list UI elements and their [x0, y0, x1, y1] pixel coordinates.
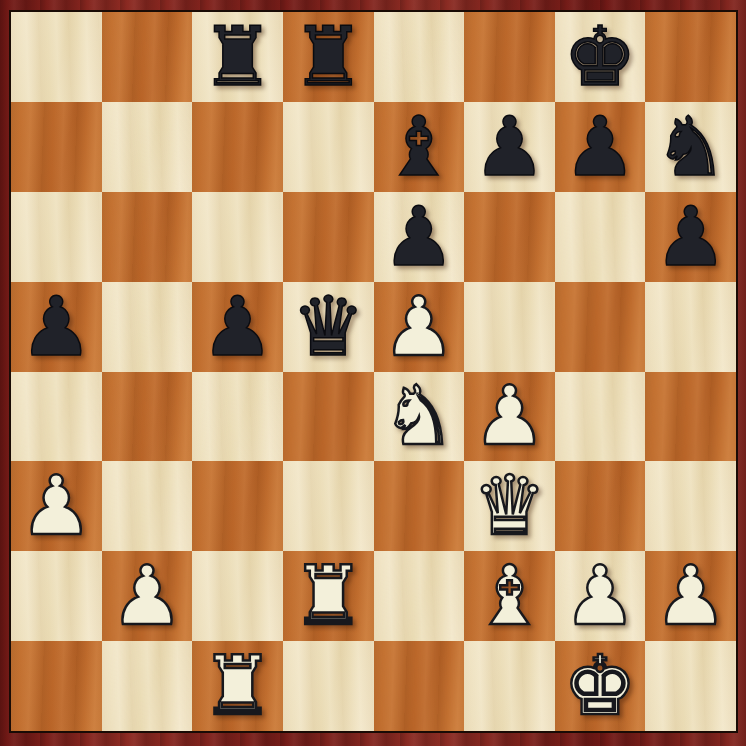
- piece-white-rook[interactable]: ♜: [201, 645, 275, 727]
- piece-white-queen[interactable]: ♛: [473, 465, 547, 547]
- chess-board: ♜♜♚♝♟♟♞♟♟♟♟♛♟♞♟♟♛♟♜♝♟♟♜♚: [9, 10, 738, 733]
- piece-white-pawn[interactable]: ♟: [654, 555, 728, 637]
- square-d5[interactable]: ♛: [283, 282, 374, 372]
- square-c2[interactable]: [192, 551, 283, 641]
- square-d7[interactable]: [283, 102, 374, 192]
- piece-white-pawn[interactable]: ♟: [473, 375, 547, 457]
- square-a4[interactable]: [11, 372, 102, 462]
- piece-black-bishop[interactable]: ♝: [382, 106, 456, 188]
- square-g3[interactable]: [555, 461, 646, 551]
- square-f7[interactable]: ♟: [464, 102, 555, 192]
- piece-black-queen[interactable]: ♛: [291, 286, 365, 368]
- square-f1[interactable]: [464, 641, 555, 731]
- square-b7[interactable]: [102, 102, 193, 192]
- piece-black-pawn[interactable]: ♟: [654, 196, 728, 278]
- square-g8[interactable]: ♚: [555, 12, 646, 102]
- square-b8[interactable]: [102, 12, 193, 102]
- board-frame: ♜♜♚♝♟♟♞♟♟♟♟♛♟♞♟♟♛♟♜♝♟♟♜♚: [0, 0, 746, 746]
- square-f8[interactable]: [464, 12, 555, 102]
- square-h3[interactable]: [645, 461, 736, 551]
- square-h2[interactable]: ♟: [645, 551, 736, 641]
- piece-black-rook[interactable]: ♜: [291, 16, 365, 98]
- square-b6[interactable]: [102, 192, 193, 282]
- square-h1[interactable]: [645, 641, 736, 731]
- piece-black-pawn[interactable]: ♟: [382, 196, 456, 278]
- square-a8[interactable]: [11, 12, 102, 102]
- piece-black-rook[interactable]: ♜: [201, 16, 275, 98]
- square-e5[interactable]: ♟: [374, 282, 465, 372]
- square-a3[interactable]: ♟: [11, 461, 102, 551]
- piece-white-pawn[interactable]: ♟: [382, 286, 456, 368]
- square-f2[interactable]: ♝: [464, 551, 555, 641]
- square-d3[interactable]: [283, 461, 374, 551]
- square-g7[interactable]: ♟: [555, 102, 646, 192]
- square-c6[interactable]: [192, 192, 283, 282]
- piece-black-pawn[interactable]: ♟: [473, 106, 547, 188]
- piece-white-pawn[interactable]: ♟: [110, 555, 184, 637]
- square-f4[interactable]: ♟: [464, 372, 555, 462]
- piece-white-knight[interactable]: ♞: [382, 375, 456, 457]
- piece-black-king[interactable]: ♚: [563, 16, 637, 98]
- square-b3[interactable]: [102, 461, 193, 551]
- square-b1[interactable]: [102, 641, 193, 731]
- square-c1[interactable]: ♜: [192, 641, 283, 731]
- square-d1[interactable]: [283, 641, 374, 731]
- square-a1[interactable]: [11, 641, 102, 731]
- piece-white-king[interactable]: ♚: [563, 645, 637, 727]
- square-e1[interactable]: [374, 641, 465, 731]
- square-d2[interactable]: ♜: [283, 551, 374, 641]
- piece-black-pawn[interactable]: ♟: [20, 286, 94, 368]
- piece-black-knight[interactable]: ♞: [654, 106, 728, 188]
- square-h7[interactable]: ♞: [645, 102, 736, 192]
- square-e6[interactable]: ♟: [374, 192, 465, 282]
- square-h4[interactable]: [645, 372, 736, 462]
- square-f5[interactable]: [464, 282, 555, 372]
- square-a2[interactable]: [11, 551, 102, 641]
- square-h6[interactable]: ♟: [645, 192, 736, 282]
- square-b2[interactable]: ♟: [102, 551, 193, 641]
- piece-black-pawn[interactable]: ♟: [563, 106, 637, 188]
- square-b5[interactable]: [102, 282, 193, 372]
- square-h5[interactable]: [645, 282, 736, 372]
- square-e8[interactable]: [374, 12, 465, 102]
- square-c7[interactable]: [192, 102, 283, 192]
- square-g6[interactable]: [555, 192, 646, 282]
- square-g1[interactable]: ♚: [555, 641, 646, 731]
- square-g4[interactable]: [555, 372, 646, 462]
- piece-white-pawn[interactable]: ♟: [563, 555, 637, 637]
- square-c5[interactable]: ♟: [192, 282, 283, 372]
- square-c4[interactable]: [192, 372, 283, 462]
- square-e3[interactable]: [374, 461, 465, 551]
- square-g2[interactable]: ♟: [555, 551, 646, 641]
- square-h8[interactable]: [645, 12, 736, 102]
- square-c3[interactable]: [192, 461, 283, 551]
- square-e2[interactable]: [374, 551, 465, 641]
- square-e7[interactable]: ♝: [374, 102, 465, 192]
- square-b4[interactable]: [102, 372, 193, 462]
- square-d6[interactable]: [283, 192, 374, 282]
- piece-black-pawn[interactable]: ♟: [201, 286, 275, 368]
- square-g5[interactable]: [555, 282, 646, 372]
- piece-white-bishop[interactable]: ♝: [473, 555, 547, 637]
- square-c8[interactable]: ♜: [192, 12, 283, 102]
- piece-white-rook[interactable]: ♜: [291, 555, 365, 637]
- square-e4[interactable]: ♞: [374, 372, 465, 462]
- square-a7[interactable]: [11, 102, 102, 192]
- square-f6[interactable]: [464, 192, 555, 282]
- square-f3[interactable]: ♛: [464, 461, 555, 551]
- piece-white-pawn[interactable]: ♟: [20, 465, 94, 547]
- square-d8[interactable]: ♜: [283, 12, 374, 102]
- square-d4[interactable]: [283, 372, 374, 462]
- square-a5[interactable]: ♟: [11, 282, 102, 372]
- square-a6[interactable]: [11, 192, 102, 282]
